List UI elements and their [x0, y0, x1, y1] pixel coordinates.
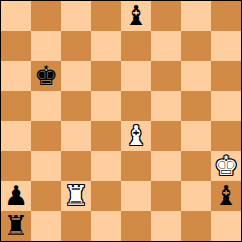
square-f5[interactable]: [151, 91, 181, 121]
square-a2[interactable]: ♟: [1, 181, 31, 211]
square-b8[interactable]: [31, 1, 61, 31]
square-h7[interactable]: [211, 31, 241, 61]
square-a5[interactable]: [1, 91, 31, 121]
white-rook-c2[interactable]: ♜: [64, 181, 88, 211]
square-g4[interactable]: [181, 121, 211, 151]
black-rook-a1[interactable]: ♜: [4, 211, 28, 241]
square-a4[interactable]: [1, 121, 31, 151]
square-a7[interactable]: [1, 31, 31, 61]
square-d3[interactable]: [91, 151, 121, 181]
black-king-b6[interactable]: ♚: [34, 61, 58, 91]
square-f1[interactable]: [151, 211, 181, 241]
square-e4[interactable]: ♝: [121, 121, 151, 151]
square-g6[interactable]: [181, 61, 211, 91]
square-e8[interactable]: ♝: [121, 1, 151, 31]
square-e2[interactable]: [121, 181, 151, 211]
square-f4[interactable]: [151, 121, 181, 151]
square-g5[interactable]: [181, 91, 211, 121]
square-g3[interactable]: [181, 151, 211, 181]
square-b7[interactable]: [31, 31, 61, 61]
square-c7[interactable]: [61, 31, 91, 61]
square-a3[interactable]: [1, 151, 31, 181]
square-b3[interactable]: [31, 151, 61, 181]
square-b5[interactable]: [31, 91, 61, 121]
square-d7[interactable]: [91, 31, 121, 61]
square-h3[interactable]: ♚: [211, 151, 241, 181]
square-c8[interactable]: [61, 1, 91, 31]
square-e7[interactable]: [121, 31, 151, 61]
square-f3[interactable]: [151, 151, 181, 181]
square-f8[interactable]: [151, 1, 181, 31]
square-d8[interactable]: [91, 1, 121, 31]
square-g8[interactable]: [181, 1, 211, 31]
square-b4[interactable]: [31, 121, 61, 151]
square-e6[interactable]: [121, 61, 151, 91]
square-g7[interactable]: [181, 31, 211, 61]
square-d6[interactable]: [91, 61, 121, 91]
square-g1[interactable]: [181, 211, 211, 241]
square-c2[interactable]: ♜: [61, 181, 91, 211]
square-f6[interactable]: [151, 61, 181, 91]
square-b2[interactable]: [31, 181, 61, 211]
square-b6[interactable]: ♚: [31, 61, 61, 91]
square-f7[interactable]: [151, 31, 181, 61]
square-h8[interactable]: [211, 1, 241, 31]
square-h1[interactable]: [211, 211, 241, 241]
square-h6[interactable]: [211, 61, 241, 91]
square-d2[interactable]: [91, 181, 121, 211]
chess-board: ♝♚♝♚♟♜♝♜: [0, 0, 242, 242]
square-c5[interactable]: [61, 91, 91, 121]
black-bishop-h2[interactable]: ♝: [214, 181, 238, 211]
square-d1[interactable]: [91, 211, 121, 241]
white-king-h3[interactable]: ♚: [214, 151, 238, 181]
square-h5[interactable]: [211, 91, 241, 121]
square-e5[interactable]: [121, 91, 151, 121]
square-g2[interactable]: [181, 181, 211, 211]
square-a8[interactable]: [1, 1, 31, 31]
square-c6[interactable]: [61, 61, 91, 91]
black-pawn-a2[interactable]: ♟: [4, 181, 28, 211]
square-c3[interactable]: [61, 151, 91, 181]
square-a1[interactable]: ♜: [1, 211, 31, 241]
square-h4[interactable]: [211, 121, 241, 151]
square-e1[interactable]: [121, 211, 151, 241]
square-b1[interactable]: [31, 211, 61, 241]
square-f2[interactable]: [151, 181, 181, 211]
square-d4[interactable]: [91, 121, 121, 151]
square-a6[interactable]: [1, 61, 31, 91]
square-c4[interactable]: [61, 121, 91, 151]
square-h2[interactable]: ♝: [211, 181, 241, 211]
black-bishop-e8[interactable]: ♝: [124, 1, 148, 31]
square-c1[interactable]: [61, 211, 91, 241]
white-bishop-e4[interactable]: ♝: [124, 121, 148, 151]
square-d5[interactable]: [91, 91, 121, 121]
square-e3[interactable]: [121, 151, 151, 181]
